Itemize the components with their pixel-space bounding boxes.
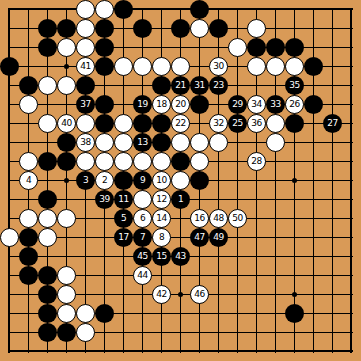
white-stone <box>76 114 95 133</box>
white-stone: 18 <box>152 95 171 114</box>
grid-line-horizontal <box>8 350 353 352</box>
stone-number: 33 <box>270 100 280 109</box>
white-stone <box>171 171 190 190</box>
black-stone <box>76 76 95 95</box>
white-stone <box>95 133 114 152</box>
black-stone <box>114 171 133 190</box>
black-stone: 17 <box>114 228 133 247</box>
black-stone <box>38 152 57 171</box>
black-stone: 3 <box>76 171 95 190</box>
stone-number: 32 <box>213 119 223 128</box>
white-stone: 48 <box>209 209 228 228</box>
black-stone <box>190 171 209 190</box>
black-stone <box>57 323 76 342</box>
white-stone: 2 <box>95 171 114 190</box>
black-stone <box>152 133 171 152</box>
black-stone <box>95 38 114 57</box>
white-stone <box>76 323 95 342</box>
white-stone <box>76 38 95 57</box>
black-stone: 19 <box>133 95 152 114</box>
white-stone: 22 <box>171 114 190 133</box>
stone-number: 1 <box>178 195 183 204</box>
white-stone <box>0 228 19 247</box>
black-stone: 7 <box>133 228 152 247</box>
black-stone: 45 <box>133 247 152 266</box>
black-stone <box>19 266 38 285</box>
black-stone <box>285 114 304 133</box>
black-stone <box>152 76 171 95</box>
black-stone <box>38 19 57 38</box>
white-stone <box>19 209 38 228</box>
white-stone <box>38 76 57 95</box>
stone-number: 9 <box>140 176 145 185</box>
black-stone <box>38 304 57 323</box>
stone-number: 7 <box>140 233 145 242</box>
black-stone <box>190 0 209 19</box>
black-stone: 47 <box>190 228 209 247</box>
star-point <box>64 64 69 69</box>
stone-number: 30 <box>213 62 223 71</box>
stone-number: 4 <box>26 176 31 185</box>
black-stone: 39 <box>95 190 114 209</box>
white-stone <box>228 38 247 57</box>
black-stone <box>38 323 57 342</box>
white-stone <box>57 76 76 95</box>
stone-number: 11 <box>118 195 128 204</box>
stone-number: 39 <box>99 195 109 204</box>
white-stone: 10 <box>152 171 171 190</box>
stone-number: 41 <box>80 62 90 71</box>
stone-number: 13 <box>137 138 147 147</box>
black-stone <box>38 190 57 209</box>
black-stone <box>57 152 76 171</box>
black-stone <box>95 304 114 323</box>
stone-number: 48 <box>213 214 223 223</box>
black-stone: 31 <box>190 76 209 95</box>
white-stone: 4 <box>19 171 38 190</box>
white-stone <box>171 133 190 152</box>
white-stone <box>133 152 152 171</box>
black-stone: 33 <box>266 95 285 114</box>
white-stone <box>266 57 285 76</box>
stone-number: 36 <box>251 119 261 128</box>
stone-number: 12 <box>156 195 166 204</box>
white-stone: 12 <box>152 190 171 209</box>
black-stone: 1 <box>171 190 190 209</box>
stone-number: 21 <box>175 81 185 90</box>
stone-number: 42 <box>156 290 166 299</box>
stone-number: 23 <box>213 81 223 90</box>
stone-number: 16 <box>194 214 204 223</box>
black-stone: 35 <box>285 76 304 95</box>
grid-line-vertical <box>237 8 238 353</box>
white-stone <box>76 304 95 323</box>
black-stone: 23 <box>209 76 228 95</box>
white-stone <box>152 57 171 76</box>
black-stone <box>19 76 38 95</box>
stone-number: 18 <box>156 100 166 109</box>
white-stone <box>76 152 95 171</box>
black-stone <box>38 266 57 285</box>
white-stone <box>19 95 38 114</box>
white-stone: 30 <box>209 57 228 76</box>
stone-number: 28 <box>251 157 261 166</box>
white-stone: 6 <box>133 209 152 228</box>
black-stone <box>57 133 76 152</box>
black-stone <box>0 57 19 76</box>
white-stone <box>114 57 133 76</box>
white-stone: 8 <box>152 228 171 247</box>
stone-number: 43 <box>175 252 185 261</box>
stone-number: 49 <box>213 233 223 242</box>
white-stone: 16 <box>190 209 209 228</box>
black-stone: 11 <box>114 190 133 209</box>
white-stone <box>190 152 209 171</box>
black-stone <box>38 285 57 304</box>
black-stone: 13 <box>133 133 152 152</box>
go-diagram: 4130213123353719182029343326402232253627… <box>0 0 361 361</box>
black-stone <box>19 228 38 247</box>
black-stone: 25 <box>228 114 247 133</box>
black-stone <box>304 95 323 114</box>
white-stone: 42 <box>152 285 171 304</box>
white-stone: 50 <box>228 209 247 228</box>
white-stone <box>95 152 114 171</box>
white-stone: 20 <box>171 95 190 114</box>
white-stone: 34 <box>247 95 266 114</box>
white-stone: 41 <box>76 57 95 76</box>
black-stone <box>304 57 323 76</box>
black-stone <box>95 19 114 38</box>
stone-number: 22 <box>175 119 185 128</box>
black-stone: 43 <box>171 247 190 266</box>
black-stone <box>209 19 228 38</box>
white-stone <box>133 57 152 76</box>
stone-number: 19 <box>137 100 147 109</box>
stone-number: 38 <box>80 138 90 147</box>
white-stone <box>38 228 57 247</box>
stone-number: 46 <box>194 290 204 299</box>
black-stone: 27 <box>323 114 342 133</box>
stone-number: 8 <box>159 233 164 242</box>
stone-number: 27 <box>327 119 337 128</box>
white-stone: 36 <box>247 114 266 133</box>
white-stone <box>57 266 76 285</box>
white-stone <box>57 304 76 323</box>
stone-number: 47 <box>194 233 204 242</box>
black-stone: 21 <box>171 76 190 95</box>
black-stone <box>133 114 152 133</box>
white-stone <box>266 114 285 133</box>
white-stone <box>38 209 57 228</box>
white-stone <box>171 57 190 76</box>
grid-line-horizontal <box>8 237 353 238</box>
white-stone <box>57 285 76 304</box>
star-point <box>292 178 297 183</box>
white-stone: 26 <box>285 95 304 114</box>
white-stone <box>114 133 133 152</box>
black-stone <box>171 19 190 38</box>
white-stone <box>95 0 114 19</box>
white-stone: 44 <box>133 266 152 285</box>
black-stone <box>133 19 152 38</box>
black-stone: 37 <box>76 95 95 114</box>
black-stone <box>285 38 304 57</box>
stone-number: 25 <box>232 119 242 128</box>
white-stone <box>57 38 76 57</box>
white-stone <box>285 57 304 76</box>
white-stone <box>76 19 95 38</box>
white-stone <box>266 133 285 152</box>
white-stone: 32 <box>209 114 228 133</box>
white-stone <box>247 57 266 76</box>
star-point <box>292 292 297 297</box>
black-stone <box>95 114 114 133</box>
black-stone: 29 <box>228 95 247 114</box>
black-stone: 9 <box>133 171 152 190</box>
black-stone <box>266 38 285 57</box>
black-stone <box>95 57 114 76</box>
black-stone <box>57 19 76 38</box>
black-stone: 5 <box>114 209 133 228</box>
black-stone <box>95 95 114 114</box>
black-stone <box>114 0 133 19</box>
black-stone <box>171 152 190 171</box>
white-stone <box>57 209 76 228</box>
stone-number: 14 <box>156 214 166 223</box>
stone-number: 37 <box>80 100 90 109</box>
stone-number: 5 <box>121 214 126 223</box>
stone-number: 31 <box>194 81 204 90</box>
white-stone <box>114 152 133 171</box>
white-stone <box>209 133 228 152</box>
white-stone <box>38 114 57 133</box>
black-stone <box>190 95 209 114</box>
stone-number: 35 <box>289 81 299 90</box>
grid-line-vertical <box>350 8 352 353</box>
white-stone: 38 <box>76 133 95 152</box>
white-stone <box>152 152 171 171</box>
stone-number: 40 <box>61 119 71 128</box>
black-stone <box>19 247 38 266</box>
stone-number: 44 <box>137 271 147 280</box>
black-stone: 49 <box>209 228 228 247</box>
stone-number: 50 <box>232 214 242 223</box>
white-stone: 14 <box>152 209 171 228</box>
stone-number: 3 <box>83 176 88 185</box>
go-board: 4130213123353719182029343326402232253627… <box>0 0 361 361</box>
stone-number: 26 <box>289 100 299 109</box>
white-stone <box>133 190 152 209</box>
black-stone <box>247 38 266 57</box>
black-stone <box>285 304 304 323</box>
black-stone: 15 <box>152 247 171 266</box>
star-point <box>64 178 69 183</box>
white-stone <box>247 19 266 38</box>
stone-number: 45 <box>137 252 147 261</box>
stone-number: 17 <box>118 233 128 242</box>
black-stone <box>152 114 171 133</box>
stone-number: 6 <box>140 214 145 223</box>
stone-number: 29 <box>232 100 242 109</box>
white-stone <box>190 19 209 38</box>
black-stone <box>38 38 57 57</box>
white-stone <box>19 152 38 171</box>
stone-number: 15 <box>156 252 166 261</box>
white-stone: 46 <box>190 285 209 304</box>
stone-number: 10 <box>156 176 166 185</box>
white-stone <box>114 114 133 133</box>
white-stone <box>190 133 209 152</box>
white-stone <box>76 0 95 19</box>
grid-line-vertical <box>332 8 333 353</box>
white-stone: 28 <box>247 152 266 171</box>
white-stone: 40 <box>57 114 76 133</box>
stone-number: 20 <box>175 100 185 109</box>
stone-number: 34 <box>251 100 261 109</box>
stone-number: 2 <box>102 176 107 185</box>
star-point <box>178 292 183 297</box>
